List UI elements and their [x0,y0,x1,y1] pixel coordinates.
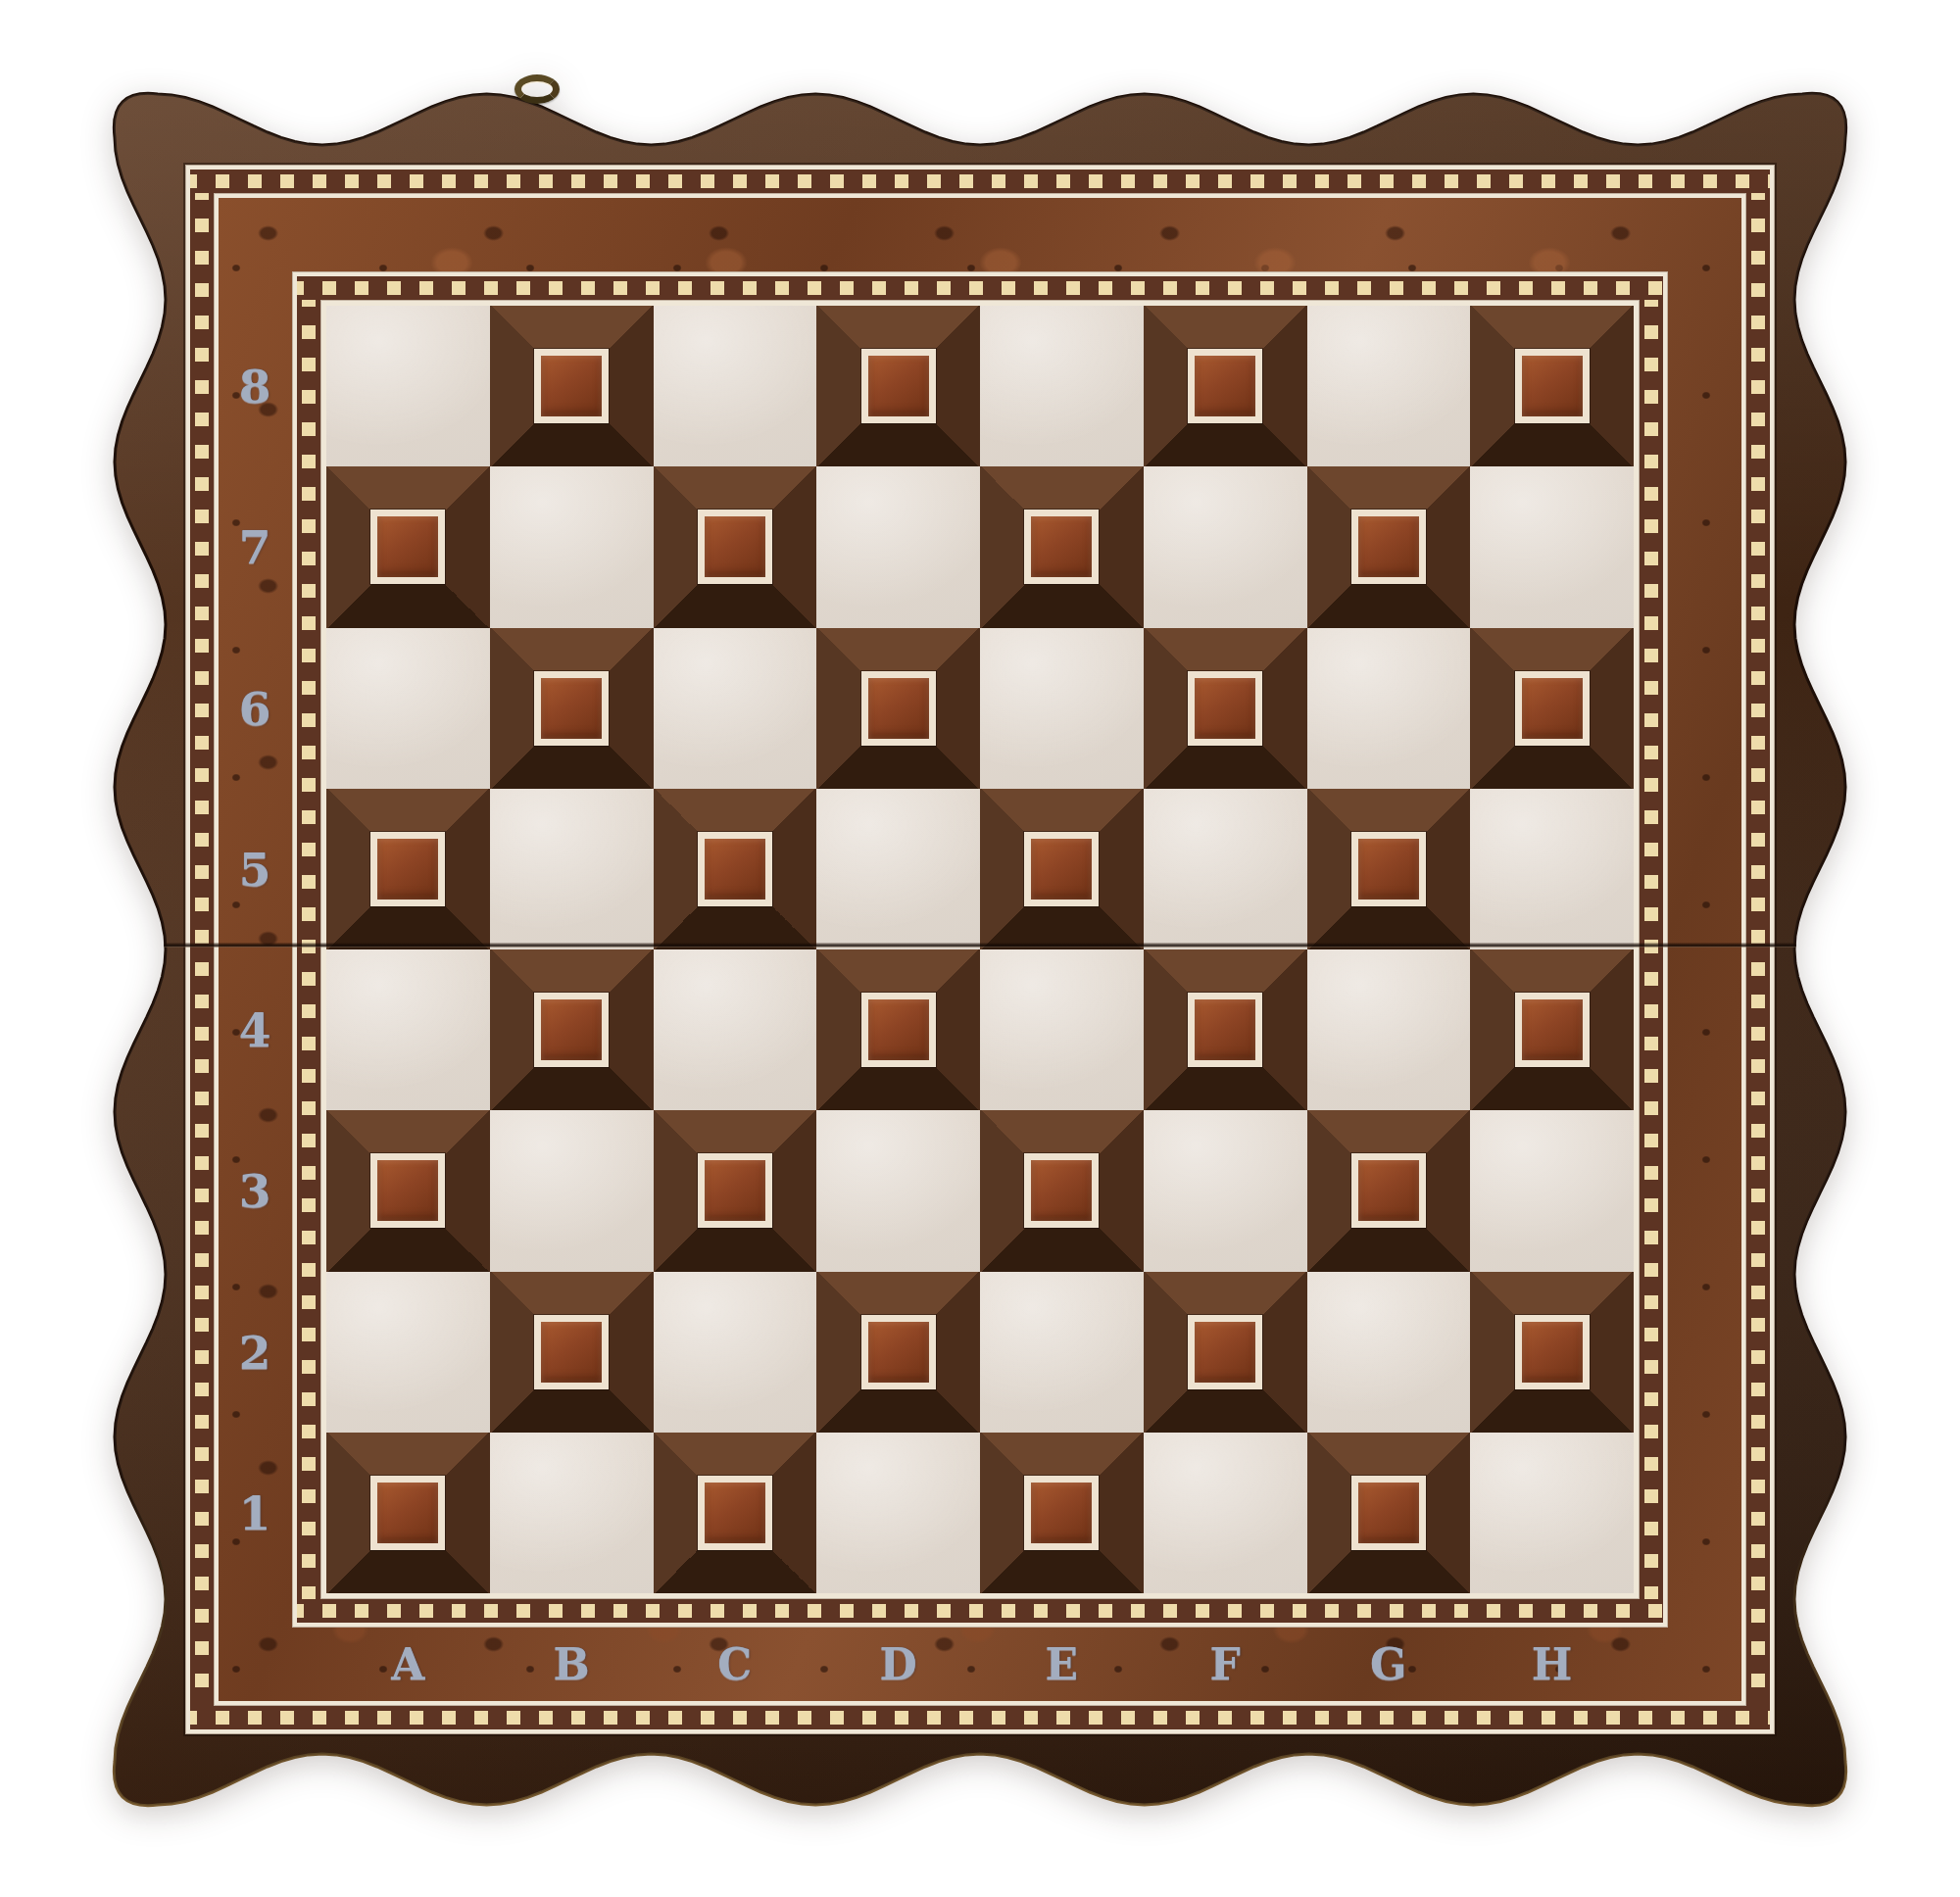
square-d2[interactable] [816,1272,980,1433]
red-burl-inlay [861,1315,936,1389]
square-d3[interactable] [816,1110,980,1271]
pinstripe-ring-2: 87654321ABCDEFGH [214,193,1746,1706]
red-burl-inlay [1024,1476,1099,1550]
red-burl-inlay [534,1315,609,1389]
square-e4[interactable] [980,949,1144,1110]
red-burl-inlay [370,510,445,584]
square-c8[interactable] [654,306,817,466]
photo-background: 87654321ABCDEFGH [0,0,1960,1897]
red-burl-inlay [1515,349,1590,423]
playing-field [326,306,1634,1593]
burl-frame: 87654321ABCDEFGH [219,198,1741,1701]
rank-label-6: 6 [239,681,271,735]
square-e6[interactable] [980,628,1144,789]
checker-strip-segment-bottom [190,1706,1770,1729]
square-a1[interactable] [326,1433,490,1593]
pinstripe-ring-outer: 87654321ABCDEFGH [185,165,1775,1734]
red-burl-inlay [1351,1476,1426,1550]
checker-strip-inner [297,276,1663,1623]
square-f7[interactable] [1144,466,1307,627]
pinstripe-ring-inner [320,300,1640,1599]
square-e2[interactable] [980,1272,1144,1433]
square-c2[interactable] [654,1272,817,1433]
square-b4[interactable] [490,949,654,1110]
square-g3[interactable] [1307,1110,1471,1271]
checker-strip-segment-right [1746,193,1770,1706]
square-h8[interactable] [1470,306,1634,466]
file-label-a: A [391,1639,424,1689]
square-g7[interactable] [1307,466,1471,627]
red-burl-inlay [534,671,609,746]
square-f2[interactable] [1144,1272,1307,1433]
square-b8[interactable] [490,306,654,466]
square-c4[interactable] [654,949,817,1110]
file-label-f: F [1210,1639,1241,1689]
square-d4[interactable] [816,949,980,1110]
square-c3[interactable] [654,1110,817,1271]
square-e7[interactable] [980,466,1144,627]
rank-label-1: 1 [239,1485,271,1539]
red-burl-inlay [370,1476,445,1550]
red-burl-inlay [1351,510,1426,584]
red-burl-inlay [698,510,772,584]
square-a4[interactable] [326,949,490,1110]
square-g6[interactable] [1307,628,1471,789]
rank-label-4: 4 [239,1003,271,1057]
square-a5[interactable] [326,789,490,949]
rank-label-8: 8 [239,360,271,413]
red-burl-inlay [1351,1153,1426,1228]
checker-strip-segment-top [297,276,1663,300]
rank-label-2: 2 [239,1325,271,1379]
square-h2[interactable] [1470,1272,1634,1433]
square-f5[interactable] [1144,789,1307,949]
square-d6[interactable] [816,628,980,789]
red-burl-inlay [1188,1315,1262,1389]
red-burl-inlay [1515,1315,1590,1389]
square-g4[interactable] [1307,949,1471,1110]
square-c1[interactable] [654,1433,817,1593]
red-burl-inlay [1351,832,1426,906]
square-d7[interactable] [816,466,980,627]
file-label-g: G [1370,1639,1407,1689]
rank-label-5: 5 [239,842,271,896]
square-a6[interactable] [326,628,490,789]
square-e1[interactable] [980,1433,1144,1593]
file-label-b: B [554,1639,590,1689]
square-g5[interactable] [1307,789,1471,949]
square-h7[interactable] [1470,466,1634,627]
red-burl-inlay [534,349,609,423]
red-burl-inlay [370,1153,445,1228]
square-g2[interactable] [1307,1272,1471,1433]
square-h5[interactable] [1470,789,1634,949]
pinstripe-ring-3 [292,271,1668,1628]
rank-label-3: 3 [239,1164,271,1218]
checker-strip-outer: 87654321ABCDEFGH [190,170,1770,1729]
clasp-latch-icon [514,74,560,104]
red-burl-inlay [1024,510,1099,584]
red-burl-inlay [698,832,772,906]
red-burl-inlay [1024,1153,1099,1228]
file-label-c: C [717,1639,752,1689]
checker-strip-segment-top [190,170,1770,193]
square-e5[interactable] [980,789,1144,949]
red-burl-inlay [1188,671,1262,746]
square-a3[interactable] [326,1110,490,1271]
square-h6[interactable] [1470,628,1634,789]
square-a7[interactable] [326,466,490,627]
file-label-h: H [1532,1639,1573,1689]
red-burl-inlay [1024,832,1099,906]
checker-strip-segment-left [297,300,320,1599]
square-g8[interactable] [1307,306,1471,466]
square-a2[interactable] [326,1272,490,1433]
square-f3[interactable] [1144,1110,1307,1271]
rank-label-7: 7 [239,520,271,574]
square-g1[interactable] [1307,1433,1471,1593]
square-e8[interactable] [980,306,1144,466]
red-burl-inlay [698,1153,772,1228]
square-c7[interactable] [654,466,817,627]
square-b7[interactable] [490,466,654,627]
red-burl-inlay [861,349,936,423]
square-b2[interactable] [490,1272,654,1433]
square-b5[interactable] [490,789,654,949]
square-h3[interactable] [1470,1110,1634,1271]
checker-strip-segment-bottom [297,1599,1663,1623]
square-d1[interactable] [816,1433,980,1593]
red-burl-inlay [861,671,936,746]
square-b3[interactable] [490,1110,654,1271]
red-burl-inlay [534,993,609,1067]
square-a8[interactable] [326,306,490,466]
square-f4[interactable] [1144,949,1307,1110]
chess-board: 87654321ABCDEFGH [95,74,1865,1824]
red-burl-inlay [370,832,445,906]
square-f6[interactable] [1144,628,1307,789]
square-e3[interactable] [980,1110,1144,1271]
square-f1[interactable] [1144,1433,1307,1593]
file-label-e: E [1046,1639,1079,1689]
red-burl-inlay [1515,993,1590,1067]
square-d5[interactable] [816,789,980,949]
red-burl-inlay [698,1476,772,1550]
checker-strip-segment-right [1640,300,1663,1599]
square-c6[interactable] [654,628,817,789]
square-h4[interactable] [1470,949,1634,1110]
square-c5[interactable] [654,789,817,949]
square-b6[interactable] [490,628,654,789]
red-burl-inlay [1188,993,1262,1067]
red-burl-inlay [861,993,936,1067]
square-h1[interactable] [1470,1433,1634,1593]
square-f8[interactable] [1144,306,1307,466]
square-b1[interactable] [490,1433,654,1593]
red-burl-inlay [1188,349,1262,423]
red-burl-inlay [1515,671,1590,746]
square-d8[interactable] [816,306,980,466]
file-label-d: D [880,1639,917,1689]
checker-strip-segment-left [190,193,214,1706]
fold-seam [164,943,1796,948]
